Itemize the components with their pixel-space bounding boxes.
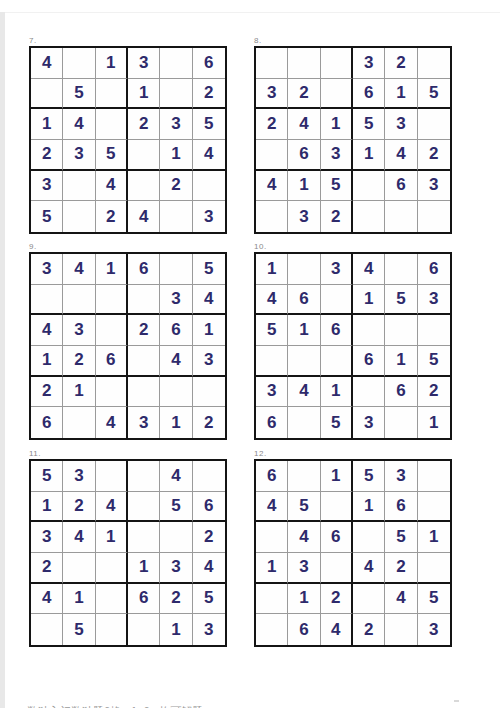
empty-cell — [63, 407, 95, 438]
given-cell: 5 — [321, 407, 353, 438]
given-cell: 1 — [418, 407, 450, 438]
given-cell: 3 — [63, 461, 95, 492]
given-cell: 1 — [288, 171, 320, 202]
empty-cell — [418, 553, 450, 584]
given-cell: 6 — [256, 407, 288, 438]
given-cell: 1 — [385, 79, 417, 110]
given-cell: 1 — [96, 254, 128, 285]
empty-cell — [63, 201, 95, 232]
given-cell: 6 — [31, 407, 63, 438]
given-cell: 1 — [96, 522, 128, 553]
given-cell: 1 — [353, 285, 385, 316]
empty-cell — [353, 377, 385, 408]
empty-cell — [321, 79, 353, 110]
empty-cell — [321, 346, 353, 377]
sudoku-puzzle-9: 9.341653443261126432164312 — [29, 242, 227, 440]
given-cell: 4 — [288, 522, 320, 553]
given-cell: 1 — [321, 109, 353, 140]
given-cell: 5 — [321, 171, 353, 202]
given-cell: 3 — [63, 315, 95, 346]
given-cell: 1 — [256, 254, 288, 285]
empty-cell — [96, 79, 128, 110]
given-cell: 3 — [128, 407, 160, 438]
given-cell: 5 — [63, 79, 95, 110]
given-cell: 5 — [418, 584, 450, 615]
given-cell: 6 — [418, 254, 450, 285]
given-cell: 3 — [385, 109, 417, 140]
given-cell: 4 — [353, 553, 385, 584]
empty-cell — [128, 614, 160, 645]
sudoku-puzzle-12: 12.615345164651134212456423 — [254, 449, 452, 647]
empty-cell — [353, 315, 385, 346]
empty-cell — [160, 48, 192, 79]
given-cell: 3 — [193, 346, 225, 377]
empty-cell — [96, 614, 128, 645]
given-cell: 5 — [288, 492, 320, 523]
empty-cell — [63, 553, 95, 584]
sudoku-puzzle-7: 7.413651214235235143425243 — [29, 36, 227, 234]
given-cell: 1 — [353, 492, 385, 523]
given-cell: 3 — [418, 285, 450, 316]
given-cell: 5 — [31, 201, 63, 232]
empty-cell — [96, 553, 128, 584]
given-cell: 4 — [321, 614, 353, 645]
given-cell: 2 — [63, 346, 95, 377]
given-cell: 3 — [31, 171, 63, 202]
given-cell: 1 — [63, 377, 95, 408]
given-cell: 5 — [353, 109, 385, 140]
empty-cell — [418, 48, 450, 79]
empty-cell — [96, 461, 128, 492]
given-cell: 4 — [288, 377, 320, 408]
given-cell: 6 — [321, 315, 353, 346]
empty-cell — [128, 346, 160, 377]
sudoku-grid: 534124563412213441625513 — [29, 459, 227, 647]
given-cell: 2 — [31, 140, 63, 171]
empty-cell — [193, 171, 225, 202]
given-cell: 4 — [256, 285, 288, 316]
empty-cell — [96, 377, 128, 408]
given-cell: 2 — [193, 79, 225, 110]
empty-cell — [31, 285, 63, 316]
given-cell: 3 — [288, 553, 320, 584]
given-cell: 1 — [31, 109, 63, 140]
given-cell: 2 — [193, 522, 225, 553]
empty-cell — [63, 285, 95, 316]
given-cell: 3 — [63, 140, 95, 171]
empty-cell — [288, 346, 320, 377]
given-cell: 4 — [193, 285, 225, 316]
given-cell: 3 — [288, 201, 320, 232]
given-cell: 5 — [385, 522, 417, 553]
given-cell: 4 — [63, 254, 95, 285]
empty-cell — [385, 614, 417, 645]
given-cell: 5 — [418, 346, 450, 377]
given-cell: 3 — [353, 407, 385, 438]
empty-cell — [160, 201, 192, 232]
empty-cell — [128, 285, 160, 316]
given-cell: 1 — [128, 79, 160, 110]
given-cell: 1 — [160, 614, 192, 645]
given-cell: 4 — [193, 140, 225, 171]
given-cell: 6 — [321, 522, 353, 553]
given-cell: 6 — [96, 346, 128, 377]
empty-cell — [128, 461, 160, 492]
given-cell: 2 — [321, 201, 353, 232]
empty-cell — [128, 377, 160, 408]
given-cell: 4 — [31, 584, 63, 615]
given-cell: 4 — [288, 109, 320, 140]
given-cell: 1 — [96, 48, 128, 79]
given-cell: 3 — [385, 461, 417, 492]
given-cell: 2 — [353, 614, 385, 645]
given-cell: 2 — [385, 553, 417, 584]
empty-cell — [353, 171, 385, 202]
given-cell: 3 — [31, 522, 63, 553]
empty-cell — [31, 614, 63, 645]
given-cell: 2 — [160, 584, 192, 615]
given-cell: 6 — [193, 492, 225, 523]
empty-cell — [96, 285, 128, 316]
empty-cell — [256, 346, 288, 377]
puzzle-number-label: 9. — [29, 242, 227, 252]
given-cell: 3 — [321, 140, 353, 171]
given-cell: 5 — [193, 109, 225, 140]
empty-cell — [96, 315, 128, 346]
given-cell: 4 — [385, 140, 417, 171]
given-cell: 5 — [193, 254, 225, 285]
empty-cell — [321, 553, 353, 584]
given-cell: 4 — [193, 553, 225, 584]
empty-cell — [385, 407, 417, 438]
empty-cell — [63, 171, 95, 202]
given-cell: 3 — [418, 171, 450, 202]
given-cell: 3 — [193, 614, 225, 645]
given-cell: 6 — [128, 254, 160, 285]
page-top-separator — [0, 12, 500, 13]
given-cell: 6 — [385, 377, 417, 408]
empty-cell — [160, 522, 192, 553]
empty-cell — [128, 171, 160, 202]
empty-cell — [385, 254, 417, 285]
given-cell: 6 — [385, 171, 417, 202]
given-cell: 3 — [160, 553, 192, 584]
empty-cell — [353, 201, 385, 232]
given-cell: 4 — [63, 522, 95, 553]
given-cell: 5 — [256, 315, 288, 346]
given-cell: 4 — [31, 315, 63, 346]
given-cell: 1 — [256, 553, 288, 584]
footer-clipped-text: 数独入门数独题6格 · 1~6 · 均可解题 — [27, 701, 237, 708]
given-cell: 2 — [160, 171, 192, 202]
given-cell: 1 — [160, 407, 192, 438]
given-cell: 2 — [288, 79, 320, 110]
given-cell: 1 — [128, 553, 160, 584]
given-cell: 6 — [353, 79, 385, 110]
given-cell: 6 — [256, 461, 288, 492]
given-cell: 6 — [288, 285, 320, 316]
given-cell: 1 — [321, 461, 353, 492]
page-left-edge — [0, 12, 5, 708]
given-cell: 3 — [256, 377, 288, 408]
sudoku-grid: 341653443261126432164312 — [29, 252, 227, 440]
empty-cell — [31, 79, 63, 110]
sudoku-grid: 134646153516615341626531 — [254, 252, 452, 440]
empty-cell — [353, 522, 385, 553]
given-cell: 4 — [31, 48, 63, 79]
empty-cell — [256, 201, 288, 232]
given-cell: 5 — [418, 79, 450, 110]
empty-cell — [160, 254, 192, 285]
empty-cell — [418, 492, 450, 523]
empty-cell — [288, 461, 320, 492]
empty-cell — [321, 492, 353, 523]
given-cell: 2 — [128, 315, 160, 346]
given-cell: 5 — [385, 285, 417, 316]
given-cell: 6 — [288, 140, 320, 171]
empty-cell — [418, 201, 450, 232]
given-cell: 4 — [353, 254, 385, 285]
given-cell: 3 — [160, 109, 192, 140]
empty-cell — [321, 285, 353, 316]
given-cell: 6 — [288, 614, 320, 645]
empty-cell — [385, 315, 417, 346]
given-cell: 6 — [160, 315, 192, 346]
given-cell: 4 — [256, 171, 288, 202]
given-cell: 5 — [160, 492, 192, 523]
given-cell: 4 — [256, 492, 288, 523]
sudoku-grid: 615345164651134212456423 — [254, 459, 452, 647]
given-cell: 4 — [96, 407, 128, 438]
given-cell: 2 — [31, 553, 63, 584]
empty-cell — [96, 109, 128, 140]
given-cell: 5 — [193, 584, 225, 615]
given-cell: 3 — [353, 48, 385, 79]
empty-cell — [128, 522, 160, 553]
given-cell: 2 — [128, 109, 160, 140]
empty-cell — [96, 584, 128, 615]
empty-cell — [288, 254, 320, 285]
empty-cell — [128, 140, 160, 171]
given-cell: 2 — [321, 584, 353, 615]
empty-cell — [256, 140, 288, 171]
empty-cell — [256, 48, 288, 79]
given-cell: 2 — [418, 140, 450, 171]
empty-cell — [160, 79, 192, 110]
given-cell: 2 — [385, 48, 417, 79]
empty-cell — [256, 522, 288, 553]
given-cell: 5 — [353, 461, 385, 492]
given-cell: 6 — [193, 48, 225, 79]
puzzle-number-label: 12. — [254, 449, 452, 459]
given-cell: 3 — [321, 254, 353, 285]
given-cell: 1 — [31, 346, 63, 377]
empty-cell — [128, 492, 160, 523]
given-cell: 6 — [385, 492, 417, 523]
empty-cell — [288, 48, 320, 79]
worksheet-page: 7.4136512142352351434252438.323261524153… — [0, 0, 500, 708]
empty-cell — [353, 584, 385, 615]
puzzle-number-label: 11. — [29, 449, 227, 459]
given-cell: 5 — [31, 461, 63, 492]
given-cell: 5 — [96, 140, 128, 171]
sudoku-puzzle-11: 11.534124563412213441625513 — [29, 449, 227, 647]
given-cell: 4 — [96, 492, 128, 523]
given-cell: 4 — [385, 584, 417, 615]
given-cell: 3 — [160, 285, 192, 316]
given-cell: 4 — [128, 201, 160, 232]
empty-cell — [418, 109, 450, 140]
given-cell: 4 — [160, 346, 192, 377]
given-cell: 6 — [353, 346, 385, 377]
given-cell: 1 — [63, 584, 95, 615]
given-cell: 2 — [418, 377, 450, 408]
given-cell: 5 — [63, 614, 95, 645]
puzzle-number-label: 8. — [254, 36, 452, 46]
given-cell: 1 — [418, 522, 450, 553]
given-cell: 1 — [31, 492, 63, 523]
sudoku-grid: 413651214235235143425243 — [29, 46, 227, 234]
given-cell: 3 — [256, 79, 288, 110]
empty-cell — [193, 377, 225, 408]
empty-cell — [256, 584, 288, 615]
given-cell: 4 — [160, 461, 192, 492]
empty-cell — [160, 377, 192, 408]
given-cell: 1 — [353, 140, 385, 171]
empty-cell — [288, 407, 320, 438]
sudoku-puzzle-8: 8.323261524153631424156332 — [254, 36, 452, 234]
sudoku-grid: 323261524153631424156332 — [254, 46, 452, 234]
given-cell: 1 — [288, 584, 320, 615]
given-cell: 2 — [63, 492, 95, 523]
empty-cell — [193, 461, 225, 492]
empty-cell — [385, 201, 417, 232]
given-cell: 2 — [256, 109, 288, 140]
empty-cell — [321, 48, 353, 79]
empty-cell — [63, 48, 95, 79]
empty-cell — [418, 461, 450, 492]
given-cell: 1 — [160, 140, 192, 171]
page-corner-mark — [454, 700, 459, 702]
empty-cell — [418, 315, 450, 346]
given-cell: 2 — [193, 407, 225, 438]
given-cell: 3 — [193, 201, 225, 232]
given-cell: 3 — [128, 48, 160, 79]
given-cell: 6 — [128, 584, 160, 615]
given-cell: 1 — [321, 377, 353, 408]
given-cell: 1 — [288, 315, 320, 346]
empty-cell — [256, 614, 288, 645]
given-cell: 3 — [31, 254, 63, 285]
sudoku-puzzle-10: 10.134646153516615341626531 — [254, 242, 452, 440]
puzzle-number-label: 10. — [254, 242, 452, 252]
given-cell: 3 — [418, 614, 450, 645]
given-cell: 4 — [96, 171, 128, 202]
given-cell: 1 — [385, 346, 417, 377]
given-cell: 4 — [63, 109, 95, 140]
given-cell: 2 — [96, 201, 128, 232]
puzzle-number-label: 7. — [29, 36, 227, 46]
given-cell: 2 — [31, 377, 63, 408]
given-cell: 1 — [193, 315, 225, 346]
